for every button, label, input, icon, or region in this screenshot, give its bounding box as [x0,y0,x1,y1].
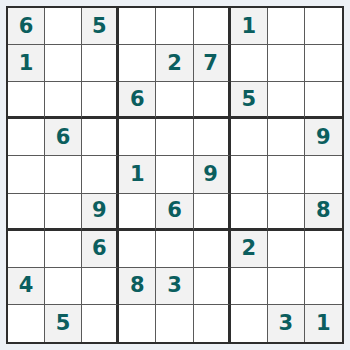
cell-r8c2[interactable] [45,268,82,305]
cell-r9c7[interactable] [231,305,268,342]
cell-r7c9[interactable] [305,231,342,268]
sudoku-board: 65112765691996862483531 [6,6,344,344]
cell-r1c7[interactable]: 1 [231,8,268,45]
cell-r3c9[interactable] [305,82,342,119]
cell-r8c7[interactable] [231,268,268,305]
cell-r2c7[interactable] [231,45,268,82]
cell-r7c1[interactable] [8,231,45,268]
cell-r1c1[interactable]: 6 [8,8,45,45]
cell-r6c9[interactable]: 8 [305,194,342,231]
cell-r3c3[interactable] [82,82,119,119]
cell-r1c2[interactable] [45,8,82,45]
cell-r7c6[interactable] [194,231,231,268]
cell-r6c5[interactable]: 6 [156,194,193,231]
cell-r3c2[interactable] [45,82,82,119]
cell-r5c6[interactable]: 9 [194,156,231,193]
cell-r4c7[interactable] [231,119,268,156]
cell-r2c9[interactable] [305,45,342,82]
cell-r7c4[interactable] [119,231,156,268]
cell-r3c1[interactable] [8,82,45,119]
cell-r7c8[interactable] [268,231,305,268]
sudoku-page: 65112765691996862483531 [0,0,350,350]
cell-r3c5[interactable] [156,82,193,119]
cell-r8c1[interactable]: 4 [8,268,45,305]
cell-r1c4[interactable] [119,8,156,45]
cell-r7c2[interactable] [45,231,82,268]
cell-r9c3[interactable] [82,305,119,342]
cell-r1c5[interactable] [156,8,193,45]
cell-r5c7[interactable] [231,156,268,193]
cell-r9c2[interactable]: 5 [45,305,82,342]
cell-r2c6[interactable]: 7 [194,45,231,82]
cell-r4c4[interactable] [119,119,156,156]
cell-r3c8[interactable] [268,82,305,119]
cell-r2c8[interactable] [268,45,305,82]
cell-r4c5[interactable] [156,119,193,156]
cell-r9c5[interactable] [156,305,193,342]
cell-r6c3[interactable]: 9 [82,194,119,231]
cell-r4c3[interactable] [82,119,119,156]
cell-r8c9[interactable] [305,268,342,305]
cell-r3c4[interactable]: 6 [119,82,156,119]
cell-r9c4[interactable] [119,305,156,342]
cell-r5c1[interactable] [8,156,45,193]
cell-r6c6[interactable] [194,194,231,231]
cell-r1c6[interactable] [194,8,231,45]
cell-r6c2[interactable] [45,194,82,231]
cell-r2c3[interactable] [82,45,119,82]
cell-r9c1[interactable] [8,305,45,342]
cell-r5c4[interactable]: 1 [119,156,156,193]
cell-r2c5[interactable]: 2 [156,45,193,82]
cell-r4c9[interactable]: 9 [305,119,342,156]
cell-r8c5[interactable]: 3 [156,268,193,305]
cell-r6c8[interactable] [268,194,305,231]
cell-r5c2[interactable] [45,156,82,193]
cell-r6c7[interactable] [231,194,268,231]
cell-r4c2[interactable]: 6 [45,119,82,156]
cell-r8c3[interactable] [82,268,119,305]
cell-r4c6[interactable] [194,119,231,156]
cell-r5c9[interactable] [305,156,342,193]
cell-r9c9[interactable]: 1 [305,305,342,342]
cell-r2c2[interactable] [45,45,82,82]
cell-r8c4[interactable]: 8 [119,268,156,305]
cell-r9c8[interactable]: 3 [268,305,305,342]
cell-r1c9[interactable] [305,8,342,45]
cell-r6c4[interactable] [119,194,156,231]
cell-r4c8[interactable] [268,119,305,156]
cell-r8c8[interactable] [268,268,305,305]
cell-r4c1[interactable] [8,119,45,156]
cell-r7c3[interactable]: 6 [82,231,119,268]
cell-r7c7[interactable]: 2 [231,231,268,268]
cell-r3c6[interactable] [194,82,231,119]
cell-r1c3[interactable]: 5 [82,8,119,45]
cell-r8c6[interactable] [194,268,231,305]
cell-r9c6[interactable] [194,305,231,342]
cell-r6c1[interactable] [8,194,45,231]
cell-r5c3[interactable] [82,156,119,193]
cell-r2c1[interactable]: 1 [8,45,45,82]
cell-r5c8[interactable] [268,156,305,193]
cell-r3c7[interactable]: 5 [231,82,268,119]
cell-r7c5[interactable] [156,231,193,268]
cell-r5c5[interactable] [156,156,193,193]
cell-r1c8[interactable] [268,8,305,45]
cell-r2c4[interactable] [119,45,156,82]
